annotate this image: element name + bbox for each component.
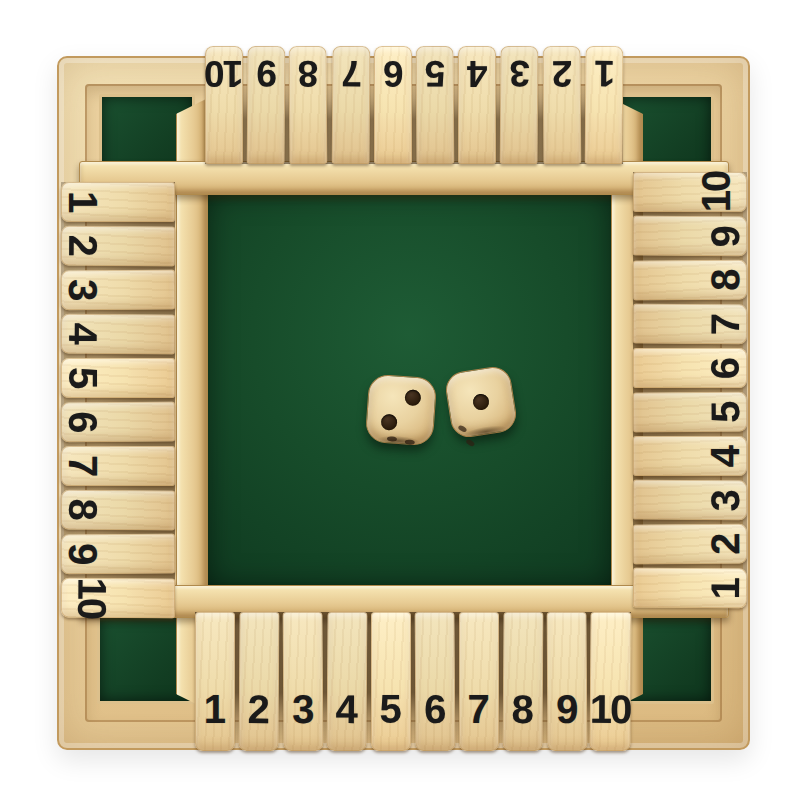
tile-north-10[interactable]: 10 [205, 46, 243, 164]
tile-number: 7 [468, 689, 490, 729]
tile-number: 9 [555, 689, 578, 729]
product-photo: 10987654321 12345678910 10987654321 1234… [0, 0, 800, 800]
tile-row-east: 10987654321 [633, 172, 747, 604]
tile-west-9[interactable]: 9 [61, 534, 175, 575]
tile-south-4[interactable]: 4 [326, 612, 367, 751]
tile-number: 6 [424, 689, 447, 729]
tile-number: 9 [705, 225, 745, 248]
tile-number: 10 [206, 55, 243, 92]
tile-number: 4 [63, 322, 103, 345]
tile-number: 5 [705, 400, 745, 423]
tile-number: 1 [594, 55, 615, 92]
shut-the-box-board: 10987654321 12345678910 10987654321 1234… [57, 56, 750, 750]
tile-number: 9 [256, 55, 277, 92]
tile-number: 1 [204, 689, 226, 729]
tile-row-south: 12345678910 [195, 612, 631, 751]
tile-number: 8 [63, 498, 103, 521]
tile-number: 6 [705, 357, 745, 379]
tile-number: 3 [705, 489, 745, 512]
tile-east-2[interactable]: 2 [633, 524, 747, 565]
tile-number: 7 [705, 313, 745, 336]
tile-number: 2 [551, 55, 572, 92]
tile-north-8[interactable]: 8 [289, 46, 328, 164]
tile-number: 8 [511, 689, 534, 729]
tile-number: 6 [63, 411, 103, 434]
tile-south-10[interactable]: 10 [590, 612, 631, 751]
tile-east-6[interactable]: 6 [633, 348, 747, 388]
tile-number: 5 [424, 55, 445, 92]
tile-east-9[interactable]: 9 [633, 216, 747, 257]
die-pip [472, 393, 490, 411]
tile-number: 5 [380, 689, 402, 729]
tile-east-10[interactable]: 10 [633, 172, 747, 212]
tile-north-7[interactable]: 7 [331, 46, 370, 164]
tile-south-5[interactable]: 5 [371, 612, 411, 751]
tile-north-2[interactable]: 2 [542, 46, 581, 164]
die-pip [405, 389, 422, 406]
tile-number: 7 [63, 455, 103, 477]
tile-north-6[interactable]: 6 [374, 46, 412, 164]
tile-number: 4 [705, 445, 745, 467]
tile-north-5[interactable]: 5 [416, 46, 455, 164]
tile-number: 2 [247, 689, 270, 729]
inner-rail-top [79, 161, 729, 195]
tile-number: 10 [72, 577, 112, 618]
tile-west-2[interactable]: 2 [61, 226, 175, 267]
tile-number: 10 [590, 689, 631, 729]
tile-number: 8 [298, 55, 319, 92]
tile-south-9[interactable]: 9 [546, 612, 587, 751]
tile-number: 2 [705, 532, 745, 555]
tile-north-9[interactable]: 9 [247, 46, 286, 164]
tile-west-10[interactable]: 10 [61, 578, 175, 619]
tile-east-8[interactable]: 8 [633, 260, 747, 301]
tile-number: 4 [467, 55, 488, 92]
tile-number: 4 [335, 689, 358, 729]
tile-west-6[interactable]: 6 [61, 402, 175, 443]
tile-west-3[interactable]: 3 [61, 270, 175, 311]
tile-number: 7 [340, 55, 361, 92]
tile-east-3[interactable]: 3 [633, 480, 747, 521]
tile-number: 2 [63, 234, 103, 257]
tile-west-5[interactable]: 5 [61, 358, 175, 398]
tile-number: 1 [63, 191, 103, 213]
tile-east-4[interactable]: 4 [633, 436, 747, 476]
tile-west-4[interactable]: 4 [61, 314, 175, 355]
die-pip [380, 413, 397, 430]
tile-west-1[interactable]: 1 [61, 182, 175, 222]
tile-north-3[interactable]: 3 [500, 46, 539, 164]
tile-number: 10 [696, 172, 736, 213]
tile-number: 6 [383, 55, 404, 92]
tile-south-6[interactable]: 6 [414, 612, 455, 751]
tile-number: 8 [705, 268, 745, 291]
tile-number: 5 [63, 367, 103, 389]
tile-west-7[interactable]: 7 [61, 446, 175, 486]
tile-west-8[interactable]: 8 [61, 490, 175, 531]
tile-north-4[interactable]: 4 [458, 46, 496, 164]
tile-north-1[interactable]: 1 [584, 46, 623, 164]
tile-number: 3 [509, 55, 530, 92]
die-1-value-2[interactable] [365, 374, 438, 447]
tile-east-5[interactable]: 5 [633, 392, 747, 433]
tile-number: 3 [292, 689, 315, 729]
tile-number: 1 [705, 577, 745, 600]
tile-south-7[interactable]: 7 [459, 612, 499, 751]
tile-row-north: 10987654321 [205, 46, 623, 164]
tile-number: 9 [63, 543, 103, 566]
tile-east-1[interactable]: 1 [633, 568, 747, 609]
tile-south-2[interactable]: 2 [238, 612, 279, 751]
tile-south-1[interactable]: 1 [195, 612, 235, 751]
tile-row-west: 12345678910 [61, 182, 175, 610]
tile-south-8[interactable]: 8 [502, 612, 543, 751]
die-2-value-1[interactable] [443, 364, 519, 440]
tile-number: 3 [63, 279, 103, 302]
tile-south-3[interactable]: 3 [282, 612, 323, 751]
tile-east-7[interactable]: 7 [633, 304, 747, 345]
